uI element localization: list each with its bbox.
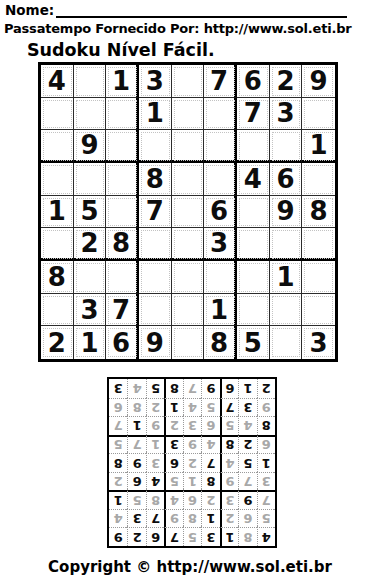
- solution-cell-r4c9: 2: [109, 472, 127, 491]
- cell-r4c1[interactable]: [41, 163, 74, 196]
- cell-r3c9: 1: [302, 130, 335, 163]
- solution-cell-r9c2: 1: [238, 379, 256, 398]
- solution-cell-r7c5: 3: [183, 416, 201, 435]
- cell-r6c3: 8: [106, 228, 139, 261]
- solution-cell-r9c8: 4: [127, 379, 145, 398]
- cell-r5c1: 1: [41, 196, 74, 229]
- solution-cell-r7c6: 2: [164, 416, 182, 435]
- solution-cell-r1c6: 7: [164, 527, 182, 546]
- cell-r9c1: 2: [41, 326, 74, 359]
- cell-r6c2: 2: [74, 228, 107, 261]
- solution-cell-r3c2: 9: [238, 490, 256, 509]
- provided-by-text: Passatempo Fornecido Por: http://www.sol…: [4, 21, 351, 36]
- cell-r8c4[interactable]: [139, 294, 172, 327]
- solution-cell-r1c7: 6: [146, 527, 164, 546]
- solution-cell-r2c5: 8: [183, 509, 201, 528]
- cell-r6c8[interactable]: [270, 228, 303, 261]
- cell-r7c3[interactable]: [106, 261, 139, 294]
- cell-r3c2: 9: [74, 130, 107, 163]
- solution-cell-r5c5: 2: [183, 453, 201, 472]
- cell-r1c3: 1: [106, 65, 139, 98]
- solution-cell-r3c4: 2: [201, 490, 219, 509]
- cell-r6c9[interactable]: [302, 228, 335, 261]
- cell-r5c2: 5: [74, 196, 107, 229]
- solution-cell-r8c9: 6: [109, 398, 127, 417]
- solution-cell-r2c7: 7: [146, 509, 164, 528]
- solution-cell-r7c8: 1: [127, 416, 145, 435]
- cell-r9c4: 9: [139, 326, 172, 359]
- solution-cell-r3c7: 8: [146, 490, 164, 509]
- solution-cell-r6c3: 8: [220, 435, 238, 454]
- cell-r6c5[interactable]: [172, 228, 205, 261]
- cell-r4c4: 8: [139, 163, 172, 196]
- puzzle-grid: 413762917391846157698283813712169853: [38, 62, 338, 362]
- solution-cell-r2c3: 2: [220, 509, 238, 528]
- cell-r9c8[interactable]: [270, 326, 303, 359]
- cell-r7c1: 8: [41, 261, 74, 294]
- cell-r2c7: 7: [237, 98, 270, 131]
- solution-cell-r6c4: 4: [201, 435, 219, 454]
- solution-cell-r3c8: 5: [127, 490, 145, 509]
- worksheet-page: Nome: Passatempo Fornecido Por: http://w…: [0, 0, 380, 585]
- cell-r1c5[interactable]: [172, 65, 205, 98]
- cell-r2c4: 1: [139, 98, 172, 131]
- copyright-text: Copyright © http://www.sol.eti.br: [0, 558, 380, 576]
- cell-r4c5[interactable]: [172, 163, 205, 196]
- cell-r5c5[interactable]: [172, 196, 205, 229]
- cell-r7c2[interactable]: [74, 261, 107, 294]
- solution-cell-r2c9: 4: [109, 509, 127, 528]
- cell-r6c4[interactable]: [139, 228, 172, 261]
- solution-cell-r2c4: 1: [201, 509, 219, 528]
- cell-r4c7: 4: [237, 163, 270, 196]
- solution-cell-r8c5: 4: [183, 398, 201, 417]
- name-label: Nome:: [5, 3, 54, 18]
- solution-cell-r5c8: 9: [127, 453, 145, 472]
- solution-cell-r5c7: 3: [146, 453, 164, 472]
- cell-r5c4: 7: [139, 196, 172, 229]
- page-title: Sudoku Nível Fácil.: [27, 40, 215, 60]
- cell-r3c3[interactable]: [106, 130, 139, 163]
- solution-cell-r2c6: 9: [164, 509, 182, 528]
- cell-r3c8[interactable]: [270, 130, 303, 163]
- solution-cell-r7c1: 8: [257, 416, 275, 435]
- cell-r7c9[interactable]: [302, 261, 335, 294]
- cell-r1c7: 6: [237, 65, 270, 98]
- solution-cell-r9c7: 5: [146, 379, 164, 398]
- cell-r2c2[interactable]: [74, 98, 107, 131]
- cell-r7c8: 1: [270, 261, 303, 294]
- cell-r7c6[interactable]: [204, 261, 237, 294]
- solution-cell-r8c2: 3: [238, 398, 256, 417]
- solution-cell-r7c3: 5: [220, 416, 238, 435]
- cell-r4c3[interactable]: [106, 163, 139, 196]
- solution-cell-r1c3: 1: [220, 527, 238, 546]
- solution-cell-r4c1: 3: [257, 472, 275, 491]
- solution-cell-r6c2: 2: [238, 435, 256, 454]
- cell-r4c2[interactable]: [74, 163, 107, 196]
- solution-cell-r7c2: 4: [238, 416, 256, 435]
- solution-cell-r6c6: 3: [164, 435, 182, 454]
- solution-cell-r5c4: 7: [201, 453, 219, 472]
- solution-cell-r9c3: 6: [220, 379, 238, 398]
- solution-cell-r6c9: 5: [109, 435, 127, 454]
- cell-r9c3: 6: [106, 326, 139, 359]
- cell-r4c6[interactable]: [204, 163, 237, 196]
- cell-r8c3: 7: [106, 294, 139, 327]
- cell-r9c6: 8: [204, 326, 237, 359]
- solution-cell-r7c7: 9: [146, 416, 164, 435]
- solution-cell-r8c7: 2: [146, 398, 164, 417]
- cell-r9c5[interactable]: [172, 326, 205, 359]
- solution-cell-r3c9: 1: [109, 490, 127, 509]
- name-row: Nome:: [5, 3, 347, 18]
- solution-cell-r9c9: 3: [109, 379, 127, 398]
- cell-r8c2: 3: [74, 294, 107, 327]
- cell-r8c5[interactable]: [172, 294, 205, 327]
- solution-cell-r3c6: 4: [164, 490, 182, 509]
- solution-cell-r3c5: 6: [183, 490, 201, 509]
- cell-r7c5[interactable]: [172, 261, 205, 294]
- solution-cell-r5c2: 5: [238, 453, 256, 472]
- solution-cell-r1c4: 3: [201, 527, 219, 546]
- cell-r6c7[interactable]: [237, 228, 270, 261]
- solution-cell-r6c7: 1: [146, 435, 164, 454]
- cell-r9c9: 3: [302, 326, 335, 359]
- cell-r7c7[interactable]: [237, 261, 270, 294]
- cell-r8c6: 1: [204, 294, 237, 327]
- cell-r1c6: 7: [204, 65, 237, 98]
- cell-r2c5[interactable]: [172, 98, 205, 131]
- solution-cell-r8c1: 9: [257, 398, 275, 417]
- solution-cell-r8c8: 8: [127, 398, 145, 417]
- name-blank-line: [56, 3, 347, 18]
- cell-r2c9[interactable]: [302, 98, 335, 131]
- cell-r8c8[interactable]: [270, 294, 303, 327]
- solution-cell-r1c5: 5: [183, 527, 201, 546]
- solution-cell-r4c6: 5: [164, 472, 182, 491]
- solution-cell-r4c8: 6: [127, 472, 145, 491]
- solution-cell-r6c5: 9: [183, 435, 201, 454]
- cell-r1c9: 9: [302, 65, 335, 98]
- solution-cell-r9c5: 7: [183, 379, 201, 398]
- solution-cell-r3c3: 3: [220, 490, 238, 509]
- solution-cell-r4c3: 9: [220, 472, 238, 491]
- cell-r3c1[interactable]: [41, 130, 74, 163]
- solution-cell-r5c3: 4: [220, 453, 238, 472]
- cell-r8c1[interactable]: [41, 294, 74, 327]
- solution-cell-r4c5: 1: [183, 472, 201, 491]
- solution-cell-r2c1: 5: [257, 509, 275, 528]
- cell-r9c2: 1: [74, 326, 107, 359]
- solution-cell-r2c2: 6: [238, 509, 256, 528]
- cell-r6c6: 3: [204, 228, 237, 261]
- solution-cell-r4c4: 8: [201, 472, 219, 491]
- solution-cell-r9c6: 8: [164, 379, 182, 398]
- cell-r4c8: 6: [270, 163, 303, 196]
- solution-cell-r8c4: 5: [201, 398, 219, 417]
- solution-cell-r2c8: 3: [127, 509, 145, 528]
- cell-r7c4[interactable]: [139, 261, 172, 294]
- solution-cell-r5c9: 8: [109, 453, 127, 472]
- solution-cell-r4c7: 4: [146, 472, 164, 491]
- solution-cell-r5c6: 6: [164, 453, 182, 472]
- solution-cell-r7c9: 7: [109, 416, 127, 435]
- solution-grid-upside-down: 4813576295621897347932648513798154621547…: [107, 377, 277, 548]
- cell-r1c1: 4: [41, 65, 74, 98]
- cell-r3c4[interactable]: [139, 130, 172, 163]
- cell-r2c3[interactable]: [106, 98, 139, 131]
- solution-cell-r1c2: 8: [238, 527, 256, 546]
- cell-r4c9[interactable]: [302, 163, 335, 196]
- solution-cell-r6c1: 6: [257, 435, 275, 454]
- cell-r5c9: 8: [302, 196, 335, 229]
- cell-r2c8: 3: [270, 98, 303, 131]
- cell-r5c3[interactable]: [106, 196, 139, 229]
- cell-r3c5[interactable]: [172, 130, 205, 163]
- cell-r6c1[interactable]: [41, 228, 74, 261]
- cell-r5c8: 9: [270, 196, 303, 229]
- cell-r9c7: 5: [237, 326, 270, 359]
- solution-cell-r7c4: 6: [201, 416, 219, 435]
- solution-cell-r3c1: 7: [257, 490, 275, 509]
- cell-r8c7[interactable]: [237, 294, 270, 327]
- cell-r8c9[interactable]: [302, 294, 335, 327]
- solution-cell-r1c1: 4: [257, 527, 275, 546]
- cell-r5c7[interactable]: [237, 196, 270, 229]
- solution-cell-r1c9: 9: [109, 527, 127, 546]
- solution-cell-r5c1: 1: [257, 453, 275, 472]
- solution-cell-r6c8: 7: [127, 435, 145, 454]
- cell-r1c8: 2: [270, 65, 303, 98]
- cell-r5c6: 6: [204, 196, 237, 229]
- cell-r2c6[interactable]: [204, 98, 237, 131]
- solution-cell-r9c1: 2: [257, 379, 275, 398]
- cell-r3c6[interactable]: [204, 130, 237, 163]
- solution-cell-r9c4: 9: [201, 379, 219, 398]
- cell-r3c7[interactable]: [237, 130, 270, 163]
- solution-cell-r4c2: 7: [238, 472, 256, 491]
- solution-cell-r8c6: 1: [164, 398, 182, 417]
- cell-r1c2[interactable]: [74, 65, 107, 98]
- solution-cell-r8c3: 7: [220, 398, 238, 417]
- solution-cell-r1c8: 2: [127, 527, 145, 546]
- cell-r1c4: 3: [139, 65, 172, 98]
- cell-r2c1[interactable]: [41, 98, 74, 131]
